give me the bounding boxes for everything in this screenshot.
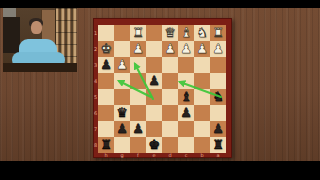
white-pawn-g3: ♟	[114, 57, 130, 73]
white-pawn-c2: ♟	[178, 41, 194, 57]
square-c6: ♟	[178, 105, 194, 121]
square-a2: ♟	[210, 41, 226, 57]
white-pawn-b2: ♟	[194, 41, 210, 57]
square-a8: ♜	[210, 137, 226, 153]
square-b2: ♟	[194, 41, 210, 57]
square-a7: ♟	[210, 121, 226, 137]
square-h8: ♜	[98, 137, 114, 153]
square-c1: ♝	[178, 25, 194, 41]
white-king-h2: ♚	[98, 41, 114, 57]
black-pawn-c6: ♟	[178, 105, 194, 121]
square-e8: ♚	[146, 137, 162, 153]
square-g5	[114, 89, 130, 105]
presenter-desk	[3, 63, 77, 72]
square-d4	[162, 73, 178, 89]
square-h5	[98, 89, 114, 105]
white-queen-d1: ♛	[162, 25, 178, 41]
square-c7	[178, 121, 194, 137]
video-frame[interactable]: 12345678 hgfedcba ♜♛♝♞♜♚♟♟♟♟♟♟♟♟♝♞♛♟♟♟♟♜…	[0, 0, 320, 180]
letterbox-bottom	[0, 161, 320, 180]
square-c8	[178, 137, 194, 153]
square-e6	[146, 105, 162, 121]
black-knight-a5: ♞	[210, 89, 226, 105]
white-rook-f1: ♜	[130, 25, 146, 41]
square-b7	[194, 121, 210, 137]
square-e3	[146, 57, 162, 73]
square-e2	[146, 41, 162, 57]
chess-board: ♜♛♝♞♜♚♟♟♟♟♟♟♟♟♝♞♛♟♟♟♟♜♚♜	[98, 25, 226, 153]
webcam-dark-corner	[3, 17, 20, 53]
square-h7	[98, 121, 114, 137]
square-b1: ♞	[194, 25, 210, 41]
square-c3	[178, 57, 194, 73]
square-d6	[162, 105, 178, 121]
presenter-face	[31, 21, 42, 34]
black-bishop-c5: ♝	[178, 89, 194, 105]
square-b8	[194, 137, 210, 153]
square-a4	[210, 73, 226, 89]
square-f6	[130, 105, 146, 121]
square-d8	[162, 137, 178, 153]
square-b3	[194, 57, 210, 73]
square-d1: ♛	[162, 25, 178, 41]
white-bishop-c1: ♝	[178, 25, 194, 41]
black-pawn-f7: ♟	[130, 121, 146, 137]
black-rook-h8: ♜	[98, 137, 114, 153]
presenter-webcam	[3, 8, 77, 72]
square-g7: ♟	[114, 121, 130, 137]
square-f3	[130, 57, 146, 73]
square-d3	[162, 57, 178, 73]
wood-background: 12345678 hgfedcba ♜♛♝♞♜♚♟♟♟♟♟♟♟♟♝♞♛♟♟♟♟♜…	[0, 8, 320, 161]
square-h1	[98, 25, 114, 41]
white-pawn-f2: ♟	[130, 41, 146, 57]
square-e1	[146, 25, 162, 41]
square-f7: ♟	[130, 121, 146, 137]
black-pawn-e4: ♟	[146, 73, 162, 89]
square-c2: ♟	[178, 41, 194, 57]
square-e5	[146, 89, 162, 105]
square-f8	[130, 137, 146, 153]
white-pawn-d2: ♟	[162, 41, 178, 57]
chess-board-frame: 12345678 hgfedcba ♜♛♝♞♜♚♟♟♟♟♟♟♟♟♝♞♛♟♟♟♟♜…	[93, 18, 232, 158]
square-h4	[98, 73, 114, 89]
square-g1	[114, 25, 130, 41]
square-h6	[98, 105, 114, 121]
square-b5	[194, 89, 210, 105]
square-d7	[162, 121, 178, 137]
square-a6	[210, 105, 226, 121]
square-d5	[162, 89, 178, 105]
square-f1: ♜	[130, 25, 146, 41]
letterbox-top	[0, 0, 320, 8]
square-g8	[114, 137, 130, 153]
white-rook-a1: ♜	[210, 25, 226, 41]
black-queen-g6: ♛	[114, 105, 130, 121]
black-king-e8: ♚	[146, 137, 162, 153]
square-c4	[178, 73, 194, 89]
square-a3	[210, 57, 226, 73]
square-g3: ♟	[114, 57, 130, 73]
square-c5: ♝	[178, 89, 194, 105]
square-g4	[114, 73, 130, 89]
square-g6: ♛	[114, 105, 130, 121]
square-f4	[130, 73, 146, 89]
square-a1: ♜	[210, 25, 226, 41]
square-e4: ♟	[146, 73, 162, 89]
square-d2: ♟	[162, 41, 178, 57]
white-pawn-a2: ♟	[210, 41, 226, 57]
square-b4	[194, 73, 210, 89]
black-rook-a8: ♜	[210, 137, 226, 153]
square-h2: ♚	[98, 41, 114, 57]
black-pawn-g7: ♟	[114, 121, 130, 137]
black-pawn-a7: ♟	[210, 121, 226, 137]
square-a5: ♞	[210, 89, 226, 105]
black-pawn-h3: ♟	[98, 57, 114, 73]
square-h3: ♟	[98, 57, 114, 73]
square-g2	[114, 41, 130, 57]
white-knight-b1: ♞	[194, 25, 210, 41]
square-f2: ♟	[130, 41, 146, 57]
square-e7	[146, 121, 162, 137]
square-f5	[130, 89, 146, 105]
square-b6	[194, 105, 210, 121]
